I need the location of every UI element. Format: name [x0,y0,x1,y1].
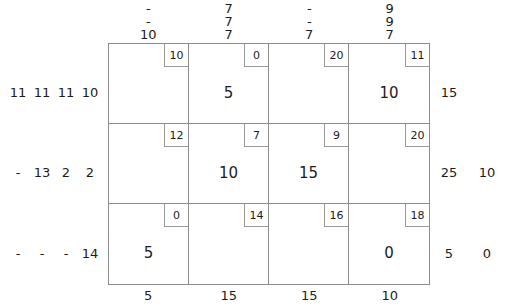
supply-value: 15 [430,85,468,100]
cost-box: 9 [324,124,348,147]
transportation-tableau: - - 10 7 7 7 - - 7 9 9 7 11 11 11 10 - [0,0,507,307]
cost-value: 12 [170,129,184,142]
cost-value: 7 [253,129,260,142]
allocation: 10 [219,146,238,182]
cost-value: 0 [253,49,260,62]
u-labels-row-2: - 13 2 2 [0,124,108,205]
supply-row-2: 25 10 [430,124,507,205]
allocation: 5 [224,66,234,102]
cost-value: 0 [173,209,180,222]
u-value: 2 [54,165,78,180]
v-value: 7 [350,28,431,41]
cell-r1c2: 0 5 [189,44,269,124]
cost-value: 20 [411,129,425,142]
cell-r3c1: 0 5 [109,204,189,284]
u-value: 13 [30,165,54,180]
cost-box: 14 [244,204,268,227]
cost-value: 18 [411,209,425,222]
supply-value: 25 [430,165,468,180]
row-u-labels: 11 11 11 10 - 13 2 2 - - - 14 [0,43,108,285]
cost-value: 16 [330,209,344,222]
v-value: 10 [108,28,189,41]
v-value: 7 [269,28,350,41]
cell-r1c3: 20 [269,44,349,124]
cost-box: 10 [164,44,188,67]
u-value: 14 [78,246,102,261]
allocation: 5 [144,226,154,262]
supply-row-1: 15 [430,43,507,124]
u-value: 11 [30,85,54,100]
cost-value: 11 [411,49,425,62]
demand-value: 5 [108,288,189,303]
u-value: - [6,246,30,261]
v-labels-col-4: 9 9 7 [350,0,431,42]
cost-box: 7 [244,124,268,147]
cell-r3c2: 14 [189,204,269,284]
demand-value: 15 [269,288,350,303]
cell-r2c3: 9 15 [269,124,349,204]
u-value: 10 [78,85,102,100]
supply-value: 5 [430,246,468,261]
supply-row-3: 5 0 [430,204,507,285]
u-value: 2 [78,165,102,180]
cell-r2c1: 12 [109,124,189,204]
cell-r1c1: 10 [109,44,189,124]
column-v-labels: - - 10 7 7 7 - - 7 9 9 7 [108,0,430,42]
u-value: 11 [6,85,30,100]
supply-remaining: 10 [468,165,506,180]
allocation: 15 [299,146,318,182]
cost-value: 10 [170,49,184,62]
v-value: 7 [189,28,270,41]
u-value: - [6,165,30,180]
tableau-grid: 10 0 5 20 11 10 12 7 10 9 15 20 [108,43,430,285]
cost-value: 20 [330,49,344,62]
cell-r3c4: 18 0 [349,204,429,284]
cost-box: 16 [324,204,348,227]
v-labels-col-3: - - 7 [269,0,350,42]
cell-r3c3: 16 [269,204,349,284]
supply-remaining: 0 [468,246,506,261]
v-labels-col-2: 7 7 7 [189,0,270,42]
cost-box: 11 [405,44,429,67]
allocation: 10 [379,66,398,102]
u-value: - [30,246,54,261]
cost-value: 14 [250,209,264,222]
cost-box: 20 [405,124,429,147]
row-supply-labels: 15 25 10 5 0 [430,43,507,285]
v-labels-col-1: - - 10 [108,0,189,42]
cost-box: 0 [244,44,268,67]
cell-r1c4: 11 10 [349,44,429,124]
cost-box: 20 [324,44,348,67]
u-labels-row-1: 11 11 11 10 [0,43,108,124]
cost-value: 9 [333,129,340,142]
cost-box: 0 [164,204,188,227]
demand-value: 10 [350,288,431,303]
allocation: 0 [384,226,394,262]
u-value: - [54,246,78,261]
cost-box: 12 [164,124,188,147]
cell-r2c4: 20 [349,124,429,204]
column-demand-labels: 5 15 15 10 [108,285,430,305]
cost-box: 18 [405,204,429,227]
u-labels-row-3: - - - 14 [0,204,108,285]
cell-r2c2: 7 10 [189,124,269,204]
u-value: 11 [54,85,78,100]
demand-value: 15 [189,288,270,303]
